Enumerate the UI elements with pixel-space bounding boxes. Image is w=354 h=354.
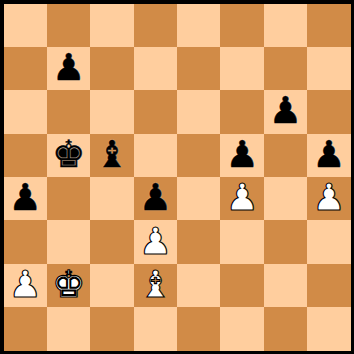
white-pawn[interactable]: ♟	[9, 266, 42, 303]
square-g1[interactable]	[264, 307, 307, 350]
white-pawn[interactable]: ♟	[225, 179, 258, 216]
square-b6[interactable]	[47, 90, 90, 133]
square-a2[interactable]: ♟	[4, 264, 47, 307]
square-a7[interactable]	[4, 47, 47, 90]
square-e7[interactable]	[177, 47, 220, 90]
square-b2[interactable]: ♚	[47, 264, 90, 307]
square-h4[interactable]: ♟	[307, 177, 350, 220]
white-bishop[interactable]: ♝	[139, 266, 172, 303]
black-bishop[interactable]: ♝	[95, 136, 128, 173]
square-f5[interactable]: ♟	[220, 134, 263, 177]
black-king[interactable]: ♚	[52, 136, 85, 173]
square-b7[interactable]: ♟	[47, 47, 90, 90]
black-pawn[interactable]: ♟	[9, 179, 42, 216]
square-c4[interactable]	[90, 177, 133, 220]
square-d5[interactable]	[134, 134, 177, 177]
square-d4[interactable]: ♟	[134, 177, 177, 220]
square-a3[interactable]	[4, 220, 47, 263]
square-f7[interactable]	[220, 47, 263, 90]
square-b5[interactable]: ♚	[47, 134, 90, 177]
square-b4[interactable]	[47, 177, 90, 220]
square-h3[interactable]	[307, 220, 350, 263]
square-e1[interactable]	[177, 307, 220, 350]
white-pawn[interactable]: ♟	[312, 179, 345, 216]
square-c3[interactable]	[90, 220, 133, 263]
black-pawn[interactable]: ♟	[225, 136, 258, 173]
square-c6[interactable]	[90, 90, 133, 133]
square-e3[interactable]	[177, 220, 220, 263]
square-d3[interactable]: ♟	[134, 220, 177, 263]
square-b1[interactable]	[47, 307, 90, 350]
square-f8[interactable]	[220, 4, 263, 47]
square-f3[interactable]	[220, 220, 263, 263]
square-h1[interactable]	[307, 307, 350, 350]
square-e2[interactable]	[177, 264, 220, 307]
square-h7[interactable]	[307, 47, 350, 90]
square-a1[interactable]	[4, 307, 47, 350]
square-c8[interactable]	[90, 4, 133, 47]
square-d1[interactable]	[134, 307, 177, 350]
square-a4[interactable]: ♟	[4, 177, 47, 220]
black-pawn[interactable]: ♟	[269, 92, 302, 129]
square-h2[interactable]	[307, 264, 350, 307]
square-b8[interactable]	[47, 4, 90, 47]
square-f1[interactable]	[220, 307, 263, 350]
square-f6[interactable]	[220, 90, 263, 133]
square-a8[interactable]	[4, 4, 47, 47]
square-c1[interactable]	[90, 307, 133, 350]
square-g4[interactable]	[264, 177, 307, 220]
white-pawn[interactable]: ♟	[139, 223, 172, 260]
square-c7[interactable]	[90, 47, 133, 90]
black-pawn[interactable]: ♟	[52, 49, 85, 86]
square-e5[interactable]	[177, 134, 220, 177]
square-a6[interactable]	[4, 90, 47, 133]
square-g2[interactable]	[264, 264, 307, 307]
square-g8[interactable]	[264, 4, 307, 47]
square-g5[interactable]	[264, 134, 307, 177]
board-frame: ♟♟♚♝♟♟♟♟♟♟♟♟♚♝	[0, 0, 354, 354]
square-g6[interactable]: ♟	[264, 90, 307, 133]
square-f2[interactable]	[220, 264, 263, 307]
square-b3[interactable]	[47, 220, 90, 263]
square-d2[interactable]: ♝	[134, 264, 177, 307]
square-d8[interactable]	[134, 4, 177, 47]
chess-board: ♟♟♚♝♟♟♟♟♟♟♟♟♚♝	[4, 4, 351, 351]
square-h8[interactable]	[307, 4, 350, 47]
square-g3[interactable]	[264, 220, 307, 263]
square-h5[interactable]: ♟	[307, 134, 350, 177]
square-f4[interactable]: ♟	[220, 177, 263, 220]
square-h6[interactable]	[307, 90, 350, 133]
square-e6[interactable]	[177, 90, 220, 133]
square-d6[interactable]	[134, 90, 177, 133]
square-c2[interactable]	[90, 264, 133, 307]
white-king[interactable]: ♚	[52, 266, 85, 303]
square-c5[interactable]: ♝	[90, 134, 133, 177]
square-e4[interactable]	[177, 177, 220, 220]
square-e8[interactable]	[177, 4, 220, 47]
square-a5[interactable]	[4, 134, 47, 177]
square-d7[interactable]	[134, 47, 177, 90]
square-g7[interactable]	[264, 47, 307, 90]
black-pawn[interactable]: ♟	[312, 136, 345, 173]
black-pawn[interactable]: ♟	[139, 179, 172, 216]
